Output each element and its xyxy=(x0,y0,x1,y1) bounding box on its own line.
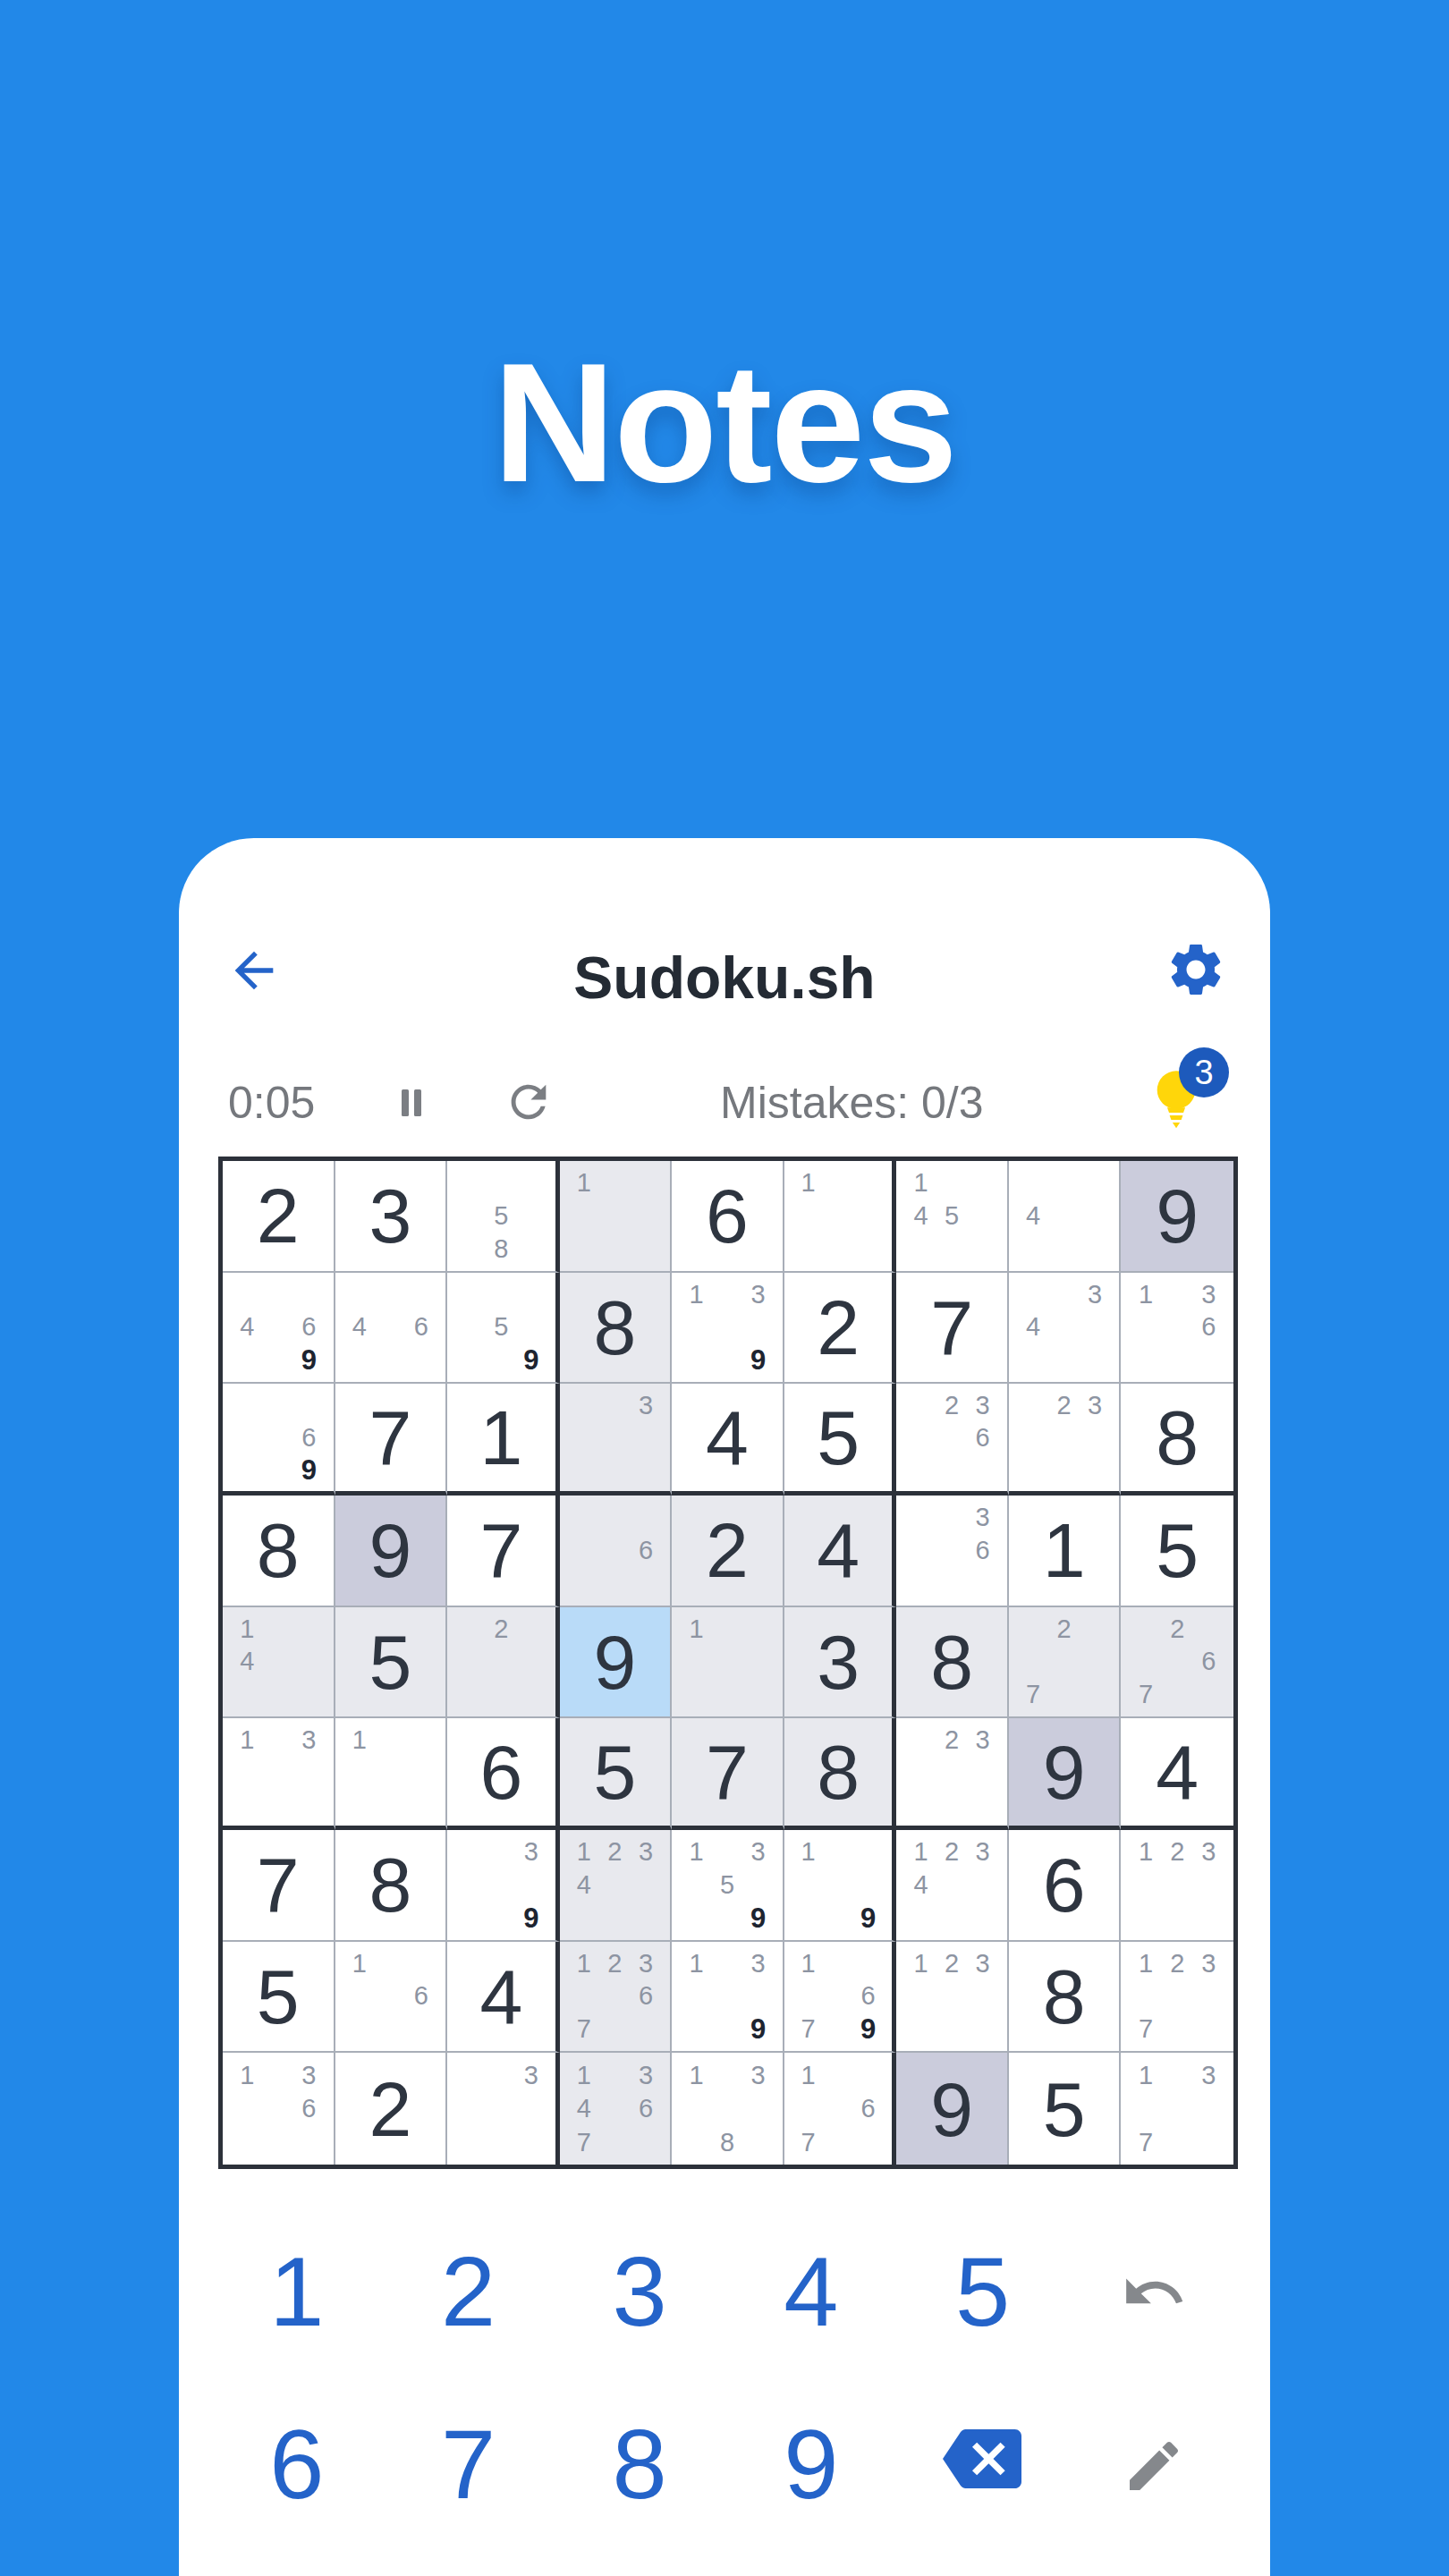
cell-value: 9 xyxy=(369,1512,411,1589)
cell-notes: 1234 xyxy=(896,1830,1007,1940)
cell-value: 9 xyxy=(594,1623,637,1700)
cell-notes: 123 xyxy=(896,1942,1007,2052)
cell-value: 5 xyxy=(817,1399,860,1476)
cell-r7c2[interactable]: 8 xyxy=(335,1830,448,1942)
cell-r1c7[interactable]: 145 xyxy=(896,1161,1009,1273)
cell-r2c3[interactable]: 59 xyxy=(447,1273,560,1385)
cell-r8c1[interactable]: 5 xyxy=(223,1942,335,2054)
restart-icon xyxy=(503,1117,555,1131)
cell-value: 4 xyxy=(1156,1733,1199,1810)
cell-r1c5[interactable]: 6 xyxy=(672,1161,784,1273)
cell-r5c4[interactable]: 9 xyxy=(560,1607,673,1719)
timer: 0:05 xyxy=(228,1078,315,1128)
cell-value: 9 xyxy=(930,2071,973,2148)
cell-r9c3[interactable]: 3 xyxy=(447,2053,560,2165)
cell-notes: 39 xyxy=(447,1830,555,1940)
cell-r1c4[interactable]: 1 xyxy=(560,1161,673,1273)
backspace-icon xyxy=(943,2415,1021,2513)
cell-value: 8 xyxy=(369,1846,411,1923)
cell-value: 4 xyxy=(479,1958,522,2035)
cell-r1c6[interactable]: 1 xyxy=(784,1161,897,1273)
cell-r1c3[interactable]: 58 xyxy=(447,1161,560,1273)
cell-notes: 27 xyxy=(1009,1607,1120,1717)
cell-r2c2[interactable]: 46 xyxy=(335,1273,448,1385)
cell-r1c1[interactable]: 2 xyxy=(223,1161,335,1273)
cell-r8c7[interactable]: 123 xyxy=(896,1942,1009,2054)
cell-value: 6 xyxy=(479,1733,522,1810)
cell-r5c6[interactable]: 3 xyxy=(784,1607,897,1719)
hint-badge: 3 xyxy=(1179,1047,1229,1097)
numpad-8[interactable]: 8 xyxy=(554,2388,725,2540)
numpad-4[interactable]: 4 xyxy=(725,2216,897,2368)
lightbulb-icon xyxy=(1147,1124,1211,1138)
numpad-6[interactable]: 6 xyxy=(211,2388,383,2540)
cell-value: 1 xyxy=(1043,1512,1086,1589)
cell-r6c3[interactable]: 6 xyxy=(447,1718,560,1830)
mistakes-counter: Mistakes: 0/3 xyxy=(720,1078,984,1128)
cell-r8c9[interactable]: 1237 xyxy=(1121,1942,1233,2054)
cell-value: 5 xyxy=(1156,1512,1199,1589)
restart-button[interactable] xyxy=(503,1076,555,1128)
cell-notes: 136 xyxy=(223,2053,334,2165)
cell-notes: 145 xyxy=(896,1161,1007,1271)
cell-r1c9[interactable]: 9 xyxy=(1121,1161,1233,1273)
cell-notes: 138 xyxy=(672,2053,783,2165)
cell-r3c8[interactable]: 23 xyxy=(1009,1384,1122,1496)
gear-icon xyxy=(1165,990,1227,1004)
cell-notes: 16 xyxy=(335,1942,446,2052)
cell-r7c7[interactable]: 1234 xyxy=(896,1830,1009,1942)
app-title: Sudoku.sh xyxy=(179,944,1270,1012)
cell-r2c9[interactable]: 136 xyxy=(1121,1273,1233,1385)
cell-r2c4[interactable]: 8 xyxy=(560,1273,673,1385)
cell-r9c7[interactable]: 9 xyxy=(896,2053,1009,2165)
pause-icon xyxy=(390,1114,433,1127)
cell-r9c9[interactable]: 137 xyxy=(1121,2053,1233,2165)
cell-value: 2 xyxy=(706,1512,749,1589)
cell-r5c5[interactable]: 1 xyxy=(672,1607,784,1719)
cell-notes: 36 xyxy=(896,1496,1007,1606)
backspace-button[interactable] xyxy=(897,2388,1069,2540)
cell-r7c5[interactable]: 1359 xyxy=(672,1830,784,1942)
cell-r9c6[interactable]: 167 xyxy=(784,2053,897,2165)
pause-button[interactable] xyxy=(390,1081,433,1124)
cell-r1c8[interactable]: 4 xyxy=(1009,1161,1122,1273)
cell-notes: 69 xyxy=(223,1384,334,1491)
cell-notes: 13 xyxy=(223,1718,334,1826)
cell-r4c3[interactable]: 7 xyxy=(447,1496,560,1607)
cell-r3c4[interactable]: 3 xyxy=(560,1384,673,1496)
cell-notes: 14 xyxy=(223,1607,334,1717)
cell-value: 6 xyxy=(1043,1846,1086,1923)
cell-notes: 4 xyxy=(1009,1161,1120,1271)
cell-r8c8[interactable]: 8 xyxy=(1009,1942,1122,2054)
cell-notes: 139 xyxy=(672,1273,783,1383)
cell-notes: 2 xyxy=(447,1607,555,1717)
cell-r7c4[interactable]: 1234 xyxy=(560,1830,673,1942)
cell-notes: 136 xyxy=(1121,1273,1233,1383)
cell-notes: 13467 xyxy=(560,2053,671,2165)
cell-notes: 1 xyxy=(672,1607,783,1717)
cell-value: 2 xyxy=(369,2071,411,2148)
cell-notes: 1 xyxy=(560,1161,671,1271)
cell-r5c1[interactable]: 14 xyxy=(223,1607,335,1719)
cell-r4c6[interactable]: 4 xyxy=(784,1496,897,1607)
numpad-5[interactable]: 5 xyxy=(897,2216,1069,2368)
cell-r2c1[interactable]: 469 xyxy=(223,1273,335,1385)
cell-r4c2[interactable]: 9 xyxy=(335,1496,448,1607)
cell-notes: 139 xyxy=(672,1942,783,2052)
cell-value: 7 xyxy=(706,1733,749,1810)
cell-r6c2[interactable]: 1 xyxy=(335,1718,448,1830)
cell-notes: 123 xyxy=(1121,1830,1233,1940)
cell-notes: 1679 xyxy=(784,1942,893,2052)
undo-button[interactable] xyxy=(1068,2216,1240,2368)
cell-value: 6 xyxy=(706,1177,749,1254)
cell-notes: 59 xyxy=(447,1273,555,1383)
cell-r9c4[interactable]: 13467 xyxy=(560,2053,673,2165)
cell-r6c6[interactable]: 8 xyxy=(784,1718,897,1830)
cell-notes: 23 xyxy=(896,1718,1007,1826)
numpad: 1 2 3 4 5 6 7 8 9 xyxy=(211,2216,1240,2540)
cell-r4c8[interactable]: 1 xyxy=(1009,1496,1122,1607)
cell-notes: 1 xyxy=(784,1161,893,1271)
cell-value: 8 xyxy=(257,1512,300,1589)
cell-r4c4[interactable]: 6 xyxy=(560,1496,673,1607)
cell-value: 4 xyxy=(706,1399,749,1476)
cell-value: 3 xyxy=(817,1623,860,1700)
numpad-2[interactable]: 2 xyxy=(383,2216,555,2368)
cell-value: 3 xyxy=(369,1177,411,1254)
cell-value: 4 xyxy=(817,1512,860,1589)
cell-r3c6[interactable]: 5 xyxy=(784,1384,897,1496)
cell-value: 5 xyxy=(594,1733,637,1810)
cell-notes: 23 xyxy=(1009,1384,1120,1491)
cell-r4c5[interactable]: 2 xyxy=(672,1496,784,1607)
numpad-3[interactable]: 3 xyxy=(554,2216,725,2368)
cell-notes: 1234 xyxy=(560,1830,671,1940)
cell-notes: 19 xyxy=(784,1830,893,1940)
cell-r7c9[interactable]: 123 xyxy=(1121,1830,1233,1942)
cell-notes: 3 xyxy=(447,2053,555,2165)
cell-r4c9[interactable]: 5 xyxy=(1121,1496,1233,1607)
cell-notes: 12367 xyxy=(560,1942,671,2052)
numpad-9[interactable]: 9 xyxy=(725,2388,897,2540)
cell-r8c4[interactable]: 12367 xyxy=(560,1942,673,2054)
notes-toggle-button[interactable] xyxy=(1068,2388,1240,2540)
cell-notes: 1 xyxy=(335,1718,446,1826)
cell-r6c4[interactable]: 5 xyxy=(560,1718,673,1830)
cell-r5c9[interactable]: 267 xyxy=(1121,1607,1233,1719)
cell-r9c5[interactable]: 138 xyxy=(672,2053,784,2165)
cell-r3c7[interactable]: 236 xyxy=(896,1384,1009,1496)
cell-value: 5 xyxy=(369,1623,411,1700)
cell-value: 8 xyxy=(817,1733,860,1810)
cell-notes: 34 xyxy=(1009,1273,1120,1383)
cell-r3c2[interactable]: 7 xyxy=(335,1384,448,1496)
cell-r1c2[interactable]: 3 xyxy=(335,1161,448,1273)
pencil-icon xyxy=(1122,2415,1186,2513)
cell-notes: 267 xyxy=(1121,1607,1233,1717)
cell-notes: 1237 xyxy=(1121,1942,1233,2052)
cell-r5c3[interactable]: 2 xyxy=(447,1607,560,1719)
cell-notes: 167 xyxy=(784,2053,893,2165)
undo-icon xyxy=(1121,2242,1187,2341)
cell-value: 7 xyxy=(930,1289,973,1366)
cell-r8c2[interactable]: 16 xyxy=(335,1942,448,2054)
cell-notes: 6 xyxy=(560,1496,671,1606)
cell-r6c9[interactable]: 4 xyxy=(1121,1718,1233,1830)
cell-r8c6[interactable]: 1679 xyxy=(784,1942,897,2054)
cell-value: 9 xyxy=(1043,1733,1086,1810)
cell-notes: 46 xyxy=(335,1273,446,1383)
cell-r5c2[interactable]: 5 xyxy=(335,1607,448,1719)
game-card: Sudoku.sh 0:05 Mistakes: 0/3 3 235816114… xyxy=(179,838,1270,2576)
cell-r3c1[interactable]: 69 xyxy=(223,1384,335,1496)
cell-notes: 1359 xyxy=(672,1830,783,1940)
cell-r6c7[interactable]: 23 xyxy=(896,1718,1009,1830)
page-title: Notes xyxy=(0,333,1449,512)
numpad-7[interactable]: 7 xyxy=(383,2388,555,2540)
cell-r2c8[interactable]: 34 xyxy=(1009,1273,1122,1385)
cell-value: 5 xyxy=(257,1958,300,2035)
cell-notes: 58 xyxy=(447,1161,555,1271)
cell-r7c3[interactable]: 39 xyxy=(447,1830,560,1942)
cell-r2c6[interactable]: 2 xyxy=(784,1273,897,1385)
cell-r3c3[interactable]: 1 xyxy=(447,1384,560,1496)
cell-value: 9 xyxy=(1156,1177,1199,1254)
cell-r6c8[interactable]: 9 xyxy=(1009,1718,1122,1830)
cell-r5c8[interactable]: 27 xyxy=(1009,1607,1122,1719)
cell-r7c8[interactable]: 6 xyxy=(1009,1830,1122,1942)
cell-value: 8 xyxy=(594,1289,637,1366)
cell-r4c7[interactable]: 36 xyxy=(896,1496,1009,1607)
cell-r9c1[interactable]: 136 xyxy=(223,2053,335,2165)
cell-r4c1[interactable]: 8 xyxy=(223,1496,335,1607)
cell-r2c5[interactable]: 139 xyxy=(672,1273,784,1385)
cell-value: 5 xyxy=(1043,2071,1086,2148)
cell-value: 2 xyxy=(257,1177,300,1254)
cell-r8c5[interactable]: 139 xyxy=(672,1942,784,2054)
cell-r6c5[interactable]: 7 xyxy=(672,1718,784,1830)
cell-r3c9[interactable]: 8 xyxy=(1121,1384,1233,1496)
cell-notes: 469 xyxy=(223,1273,334,1383)
cell-value: 8 xyxy=(1156,1399,1199,1476)
numpad-1[interactable]: 1 xyxy=(211,2216,383,2368)
cell-r5c7[interactable]: 8 xyxy=(896,1607,1009,1719)
cell-notes: 236 xyxy=(896,1384,1007,1491)
cell-r3c5[interactable]: 4 xyxy=(672,1384,784,1496)
cell-r9c8[interactable]: 5 xyxy=(1009,2053,1122,2165)
cell-value: 7 xyxy=(257,1846,300,1923)
cell-r6c1[interactable]: 13 xyxy=(223,1718,335,1830)
cell-r7c6[interactable]: 19 xyxy=(784,1830,897,1942)
cell-value: 8 xyxy=(1043,1958,1086,2035)
hint-button[interactable]: 3 xyxy=(1147,1063,1211,1135)
cell-notes: 3 xyxy=(560,1384,671,1491)
cell-value: 1 xyxy=(479,1399,522,1476)
cell-r2c7[interactable]: 7 xyxy=(896,1273,1009,1385)
cell-r8c3[interactable]: 4 xyxy=(447,1942,560,2054)
sudoku-grid: 2358161145494694659813927341366971345236… xyxy=(218,1157,1238,2169)
cell-r7c1[interactable]: 7 xyxy=(223,1830,335,1942)
cell-value: 7 xyxy=(479,1512,522,1589)
settings-button[interactable] xyxy=(1165,938,1227,1001)
cell-notes: 137 xyxy=(1121,2053,1233,2165)
cell-value: 2 xyxy=(817,1289,860,1366)
cell-value: 8 xyxy=(930,1623,973,1700)
cell-r9c2[interactable]: 2 xyxy=(335,2053,448,2165)
cell-value: 7 xyxy=(369,1399,411,1476)
